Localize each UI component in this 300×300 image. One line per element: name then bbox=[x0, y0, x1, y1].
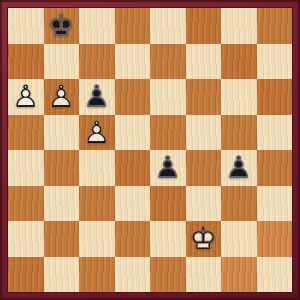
square-c7[interactable] bbox=[79, 44, 115, 80]
square-b7[interactable] bbox=[44, 44, 80, 80]
square-f2[interactable]: ♚♔ bbox=[186, 221, 222, 257]
square-c5[interactable]: ♟♙ bbox=[79, 115, 115, 151]
square-c4[interactable] bbox=[79, 150, 115, 186]
square-e6[interactable] bbox=[150, 79, 186, 115]
square-f7[interactable] bbox=[186, 44, 222, 80]
square-g7[interactable] bbox=[221, 44, 257, 80]
pawn-glyph-outline: ♙ bbox=[8, 79, 44, 115]
black-king-b8[interactable]: ♚♔ bbox=[44, 8, 80, 44]
white-king-f2[interactable]: ♚♔ bbox=[186, 221, 222, 257]
pawn-glyph-outline: ♙ bbox=[44, 79, 80, 115]
square-b8[interactable]: ♚♔ bbox=[44, 8, 80, 44]
black-pawn-g4[interactable]: ♟♙ bbox=[221, 150, 257, 186]
square-h2[interactable] bbox=[257, 221, 293, 257]
square-a4[interactable] bbox=[8, 150, 44, 186]
pawn-glyph-outline: ♙ bbox=[150, 150, 186, 186]
square-g4[interactable]: ♟♙ bbox=[221, 150, 257, 186]
square-f4[interactable] bbox=[186, 150, 222, 186]
square-a3[interactable] bbox=[8, 186, 44, 222]
square-d5[interactable] bbox=[115, 115, 151, 151]
white-pawn-a6[interactable]: ♟♙ bbox=[8, 79, 44, 115]
white-pawn-b6[interactable]: ♟♙ bbox=[44, 79, 80, 115]
square-g1[interactable] bbox=[221, 257, 257, 293]
square-f8[interactable] bbox=[186, 8, 222, 44]
king-glyph-outline: ♔ bbox=[186, 221, 222, 257]
square-d2[interactable] bbox=[115, 221, 151, 257]
square-g8[interactable] bbox=[221, 8, 257, 44]
pawn-glyph-outline: ♙ bbox=[79, 79, 115, 115]
square-e2[interactable] bbox=[150, 221, 186, 257]
square-b3[interactable] bbox=[44, 186, 80, 222]
square-b2[interactable] bbox=[44, 221, 80, 257]
square-f3[interactable] bbox=[186, 186, 222, 222]
board-frame: ♚♔♟♙♟♙♟♙♟♙♟♙♟♙♚♔ bbox=[0, 0, 300, 300]
king-glyph-outline: ♔ bbox=[44, 8, 80, 44]
square-e4[interactable]: ♟♙ bbox=[150, 150, 186, 186]
square-d8[interactable] bbox=[115, 8, 151, 44]
square-h3[interactable] bbox=[257, 186, 293, 222]
square-b1[interactable] bbox=[44, 257, 80, 293]
square-h5[interactable] bbox=[257, 115, 293, 151]
square-e1[interactable] bbox=[150, 257, 186, 293]
square-a8[interactable] bbox=[8, 8, 44, 44]
square-f6[interactable] bbox=[186, 79, 222, 115]
square-b5[interactable] bbox=[44, 115, 80, 151]
square-c8[interactable] bbox=[79, 8, 115, 44]
square-a5[interactable] bbox=[8, 115, 44, 151]
white-pawn-c5[interactable]: ♟♙ bbox=[79, 115, 115, 151]
square-h7[interactable] bbox=[257, 44, 293, 80]
square-g3[interactable] bbox=[221, 186, 257, 222]
square-g6[interactable] bbox=[221, 79, 257, 115]
square-d3[interactable] bbox=[115, 186, 151, 222]
square-h4[interactable] bbox=[257, 150, 293, 186]
square-c6[interactable]: ♟♙ bbox=[79, 79, 115, 115]
square-g5[interactable] bbox=[221, 115, 257, 151]
square-a2[interactable] bbox=[8, 221, 44, 257]
square-h6[interactable] bbox=[257, 79, 293, 115]
square-c3[interactable] bbox=[79, 186, 115, 222]
black-pawn-c6[interactable]: ♟♙ bbox=[79, 79, 115, 115]
square-d6[interactable] bbox=[115, 79, 151, 115]
square-a1[interactable] bbox=[8, 257, 44, 293]
square-b4[interactable] bbox=[44, 150, 80, 186]
black-pawn-e4[interactable]: ♟♙ bbox=[150, 150, 186, 186]
pawn-glyph-outline: ♙ bbox=[79, 115, 115, 151]
square-c2[interactable] bbox=[79, 221, 115, 257]
square-f5[interactable] bbox=[186, 115, 222, 151]
square-d1[interactable] bbox=[115, 257, 151, 293]
square-h1[interactable] bbox=[257, 257, 293, 293]
square-g2[interactable] bbox=[221, 221, 257, 257]
square-b6[interactable]: ♟♙ bbox=[44, 79, 80, 115]
square-e3[interactable] bbox=[150, 186, 186, 222]
square-d4[interactable] bbox=[115, 150, 151, 186]
square-e5[interactable] bbox=[150, 115, 186, 151]
square-e8[interactable] bbox=[150, 8, 186, 44]
square-d7[interactable] bbox=[115, 44, 151, 80]
square-f1[interactable] bbox=[186, 257, 222, 293]
chess-board: ♚♔♟♙♟♙♟♙♟♙♟♙♟♙♚♔ bbox=[8, 8, 292, 292]
pawn-glyph-outline: ♙ bbox=[221, 150, 257, 186]
square-a7[interactable] bbox=[8, 44, 44, 80]
square-a6[interactable]: ♟♙ bbox=[8, 79, 44, 115]
square-c1[interactable] bbox=[79, 257, 115, 293]
square-e7[interactable] bbox=[150, 44, 186, 80]
square-h8[interactable] bbox=[257, 8, 293, 44]
